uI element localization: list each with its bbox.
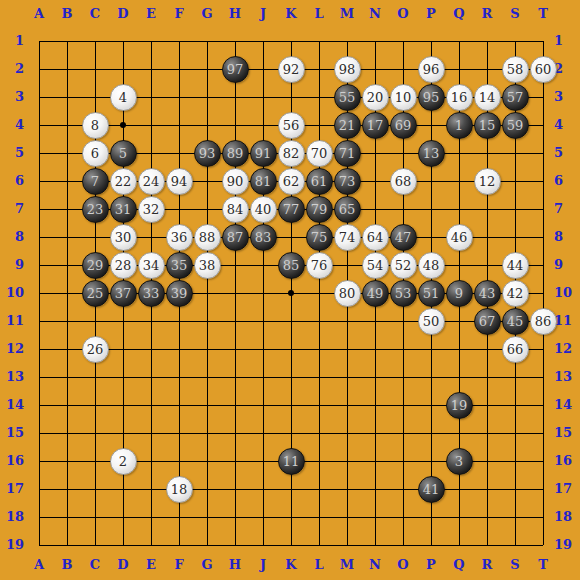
row-label-right-3: 3 bbox=[554, 88, 580, 106]
move-number: 51 bbox=[423, 286, 440, 301]
column-label-top-A: A bbox=[25, 5, 53, 23]
move-number: 25 bbox=[87, 286, 104, 301]
move-number: 8 bbox=[91, 118, 99, 133]
column-label-top-S: S bbox=[501, 5, 529, 23]
stone-white-10-O3: 10 bbox=[390, 84, 417, 111]
move-number: 65 bbox=[339, 202, 356, 217]
column-label-top-Q: Q bbox=[445, 5, 473, 23]
stone-white-32-E7: 32 bbox=[138, 196, 165, 223]
move-number: 32 bbox=[143, 202, 160, 217]
row-label-right-13: 13 bbox=[554, 368, 580, 386]
stone-white-68-O6: 68 bbox=[390, 168, 417, 195]
stone-black-1-Q4: 1 bbox=[446, 112, 473, 139]
stone-black-23-C7: 23 bbox=[82, 196, 109, 223]
stone-black-65-M7: 65 bbox=[334, 196, 361, 223]
stone-black-17-N4: 17 bbox=[362, 112, 389, 139]
stone-black-7-C6: 7 bbox=[82, 168, 109, 195]
move-number: 33 bbox=[143, 286, 160, 301]
row-label-right-6: 6 bbox=[554, 172, 580, 190]
move-number: 23 bbox=[87, 202, 104, 217]
stone-white-50-P11: 50 bbox=[418, 308, 445, 335]
move-number: 35 bbox=[171, 258, 188, 273]
stone-white-14-R3: 14 bbox=[474, 84, 501, 111]
column-label-top-B: B bbox=[53, 5, 81, 23]
stone-white-82-K5: 82 bbox=[278, 140, 305, 167]
stone-white-58-S2: 58 bbox=[502, 56, 529, 83]
stone-white-66-S12: 66 bbox=[502, 336, 529, 363]
move-number: 93 bbox=[199, 146, 216, 161]
move-number: 26 bbox=[87, 342, 104, 357]
move-number: 41 bbox=[423, 482, 440, 497]
stone-black-89-H5: 89 bbox=[222, 140, 249, 167]
stone-black-69-O4: 69 bbox=[390, 112, 417, 139]
stone-black-87-H8: 87 bbox=[222, 224, 249, 251]
stone-black-5-D5: 5 bbox=[110, 140, 137, 167]
stone-white-74-M8: 74 bbox=[334, 224, 361, 251]
column-label-bottom-L: L bbox=[305, 556, 333, 574]
stone-black-9-Q10: 9 bbox=[446, 280, 473, 307]
move-number: 53 bbox=[395, 286, 412, 301]
stone-black-51-P10: 51 bbox=[418, 280, 445, 307]
column-label-bottom-G: G bbox=[193, 556, 221, 574]
row-label-right-16: 16 bbox=[554, 452, 580, 470]
move-number: 29 bbox=[87, 258, 104, 273]
star-point bbox=[120, 122, 126, 128]
column-label-bottom-P: P bbox=[417, 556, 445, 574]
stone-white-62-K6: 62 bbox=[278, 168, 305, 195]
stone-white-16-Q3: 16 bbox=[446, 84, 473, 111]
move-number: 57 bbox=[507, 90, 524, 105]
move-number: 66 bbox=[507, 342, 524, 357]
move-number: 77 bbox=[283, 202, 300, 217]
stone-white-94-F6: 94 bbox=[166, 168, 193, 195]
row-label-left-3: 3 bbox=[2, 88, 24, 106]
move-number: 56 bbox=[283, 118, 300, 133]
stone-white-26-C12: 26 bbox=[82, 336, 109, 363]
row-label-left-17: 17 bbox=[2, 480, 24, 498]
move-number: 36 bbox=[171, 230, 188, 245]
row-label-right-7: 7 bbox=[554, 200, 580, 218]
stone-black-21-M4: 21 bbox=[334, 112, 361, 139]
move-number: 38 bbox=[199, 258, 216, 273]
stone-black-75-L8: 75 bbox=[306, 224, 333, 251]
stone-black-97-H2: 97 bbox=[222, 56, 249, 83]
move-number: 83 bbox=[255, 230, 272, 245]
move-number: 49 bbox=[367, 286, 384, 301]
stone-white-46-Q8: 46 bbox=[446, 224, 473, 251]
move-number: 39 bbox=[171, 286, 188, 301]
column-label-top-J: J bbox=[249, 5, 277, 23]
stone-white-64-N8: 64 bbox=[362, 224, 389, 251]
column-label-bottom-S: S bbox=[501, 556, 529, 574]
move-number: 6 bbox=[91, 146, 99, 161]
move-number: 42 bbox=[507, 286, 524, 301]
move-number: 37 bbox=[115, 286, 132, 301]
stone-white-60-T2: 60 bbox=[530, 56, 557, 83]
stone-white-56-K4: 56 bbox=[278, 112, 305, 139]
stone-black-39-F10: 39 bbox=[166, 280, 193, 307]
row-label-left-15: 15 bbox=[2, 424, 24, 442]
stone-black-93-G5: 93 bbox=[194, 140, 221, 167]
stone-white-12-R6: 12 bbox=[474, 168, 501, 195]
stone-black-67-R11: 67 bbox=[474, 308, 501, 335]
row-label-left-4: 4 bbox=[2, 116, 24, 134]
move-number: 54 bbox=[367, 258, 384, 273]
column-label-top-T: T bbox=[529, 5, 557, 23]
move-number: 59 bbox=[507, 118, 524, 133]
move-number: 70 bbox=[311, 146, 328, 161]
stone-black-33-E10: 33 bbox=[138, 280, 165, 307]
row-label-left-9: 9 bbox=[2, 256, 24, 274]
stone-black-29-C9: 29 bbox=[82, 252, 109, 279]
row-label-right-19: 19 bbox=[554, 536, 580, 554]
move-number: 16 bbox=[451, 90, 468, 105]
row-label-left-7: 7 bbox=[2, 200, 24, 218]
move-number: 14 bbox=[479, 90, 496, 105]
stone-black-53-O10: 53 bbox=[390, 280, 417, 307]
row-label-left-12: 12 bbox=[2, 340, 24, 358]
stone-white-76-L9: 76 bbox=[306, 252, 333, 279]
move-number: 45 bbox=[507, 314, 524, 329]
stone-white-8-C4: 8 bbox=[82, 112, 109, 139]
move-number: 89 bbox=[227, 146, 244, 161]
move-number: 90 bbox=[227, 174, 244, 189]
move-number: 95 bbox=[423, 90, 440, 105]
move-number: 44 bbox=[507, 258, 524, 273]
stone-black-13-P5: 13 bbox=[418, 140, 445, 167]
move-number: 19 bbox=[451, 398, 468, 413]
stone-black-79-L7: 79 bbox=[306, 196, 333, 223]
column-label-bottom-D: D bbox=[109, 556, 137, 574]
column-label-top-R: R bbox=[473, 5, 501, 23]
go-board-frame: ABCDEFGHJKLMNOPQRST ABCDEFGHJKLMNOPQRST … bbox=[0, 0, 580, 580]
column-label-bottom-Q: Q bbox=[445, 556, 473, 574]
move-number: 17 bbox=[367, 118, 384, 133]
column-label-bottom-E: E bbox=[137, 556, 165, 574]
move-number: 34 bbox=[143, 258, 160, 273]
column-label-bottom-J: J bbox=[249, 556, 277, 574]
move-number: 75 bbox=[311, 230, 328, 245]
stone-white-36-F8: 36 bbox=[166, 224, 193, 251]
column-label-bottom-T: T bbox=[529, 556, 557, 574]
stone-white-24-E6: 24 bbox=[138, 168, 165, 195]
stone-black-15-R4: 15 bbox=[474, 112, 501, 139]
move-number: 20 bbox=[367, 90, 384, 105]
column-label-bottom-M: M bbox=[333, 556, 361, 574]
stone-white-28-D9: 28 bbox=[110, 252, 137, 279]
column-label-bottom-H: H bbox=[221, 556, 249, 574]
move-number: 48 bbox=[423, 258, 440, 273]
row-label-left-8: 8 bbox=[2, 228, 24, 246]
stone-black-49-N10: 49 bbox=[362, 280, 389, 307]
stone-black-71-M5: 71 bbox=[334, 140, 361, 167]
stone-white-90-H6: 90 bbox=[222, 168, 249, 195]
row-label-left-10: 10 bbox=[2, 284, 24, 302]
move-number: 58 bbox=[507, 62, 524, 77]
move-number: 7 bbox=[91, 174, 99, 189]
move-number: 2 bbox=[119, 454, 127, 469]
move-number: 4 bbox=[119, 90, 127, 105]
move-number: 9 bbox=[455, 286, 463, 301]
row-label-right-15: 15 bbox=[554, 424, 580, 442]
move-number: 69 bbox=[395, 118, 412, 133]
stone-white-84-H7: 84 bbox=[222, 196, 249, 223]
move-number: 12 bbox=[479, 174, 496, 189]
stone-black-85-K9: 85 bbox=[278, 252, 305, 279]
move-number: 87 bbox=[227, 230, 244, 245]
column-label-bottom-N: N bbox=[361, 556, 389, 574]
move-number: 1 bbox=[455, 118, 463, 133]
move-number: 11 bbox=[283, 454, 300, 469]
row-label-right-14: 14 bbox=[554, 396, 580, 414]
column-label-bottom-C: C bbox=[81, 556, 109, 574]
move-number: 92 bbox=[283, 62, 300, 77]
stone-black-35-F9: 35 bbox=[166, 252, 193, 279]
column-label-top-K: K bbox=[277, 5, 305, 23]
stone-white-18-F17: 18 bbox=[166, 476, 193, 503]
move-number: 62 bbox=[283, 174, 300, 189]
stone-white-48-P9: 48 bbox=[418, 252, 445, 279]
move-number: 76 bbox=[311, 258, 328, 273]
stone-white-92-K2: 92 bbox=[278, 56, 305, 83]
stone-white-4-D3: 4 bbox=[110, 84, 137, 111]
move-number: 64 bbox=[367, 230, 384, 245]
stone-white-30-D8: 30 bbox=[110, 224, 137, 251]
move-number: 24 bbox=[143, 174, 160, 189]
column-label-top-M: M bbox=[333, 5, 361, 23]
move-number: 21 bbox=[339, 118, 356, 133]
row-label-left-5: 5 bbox=[2, 144, 24, 162]
stone-black-41-P17: 41 bbox=[418, 476, 445, 503]
stone-black-95-P3: 95 bbox=[418, 84, 445, 111]
stone-black-31-D7: 31 bbox=[110, 196, 137, 223]
stone-black-61-L6: 61 bbox=[306, 168, 333, 195]
stone-black-37-D10: 37 bbox=[110, 280, 137, 307]
row-label-right-10: 10 bbox=[554, 284, 580, 302]
stone-black-3-Q16: 3 bbox=[446, 448, 473, 475]
row-label-left-6: 6 bbox=[2, 172, 24, 190]
move-number: 31 bbox=[115, 202, 132, 217]
row-label-right-1: 1 bbox=[554, 32, 580, 50]
move-number: 98 bbox=[339, 62, 356, 77]
stone-white-98-M2: 98 bbox=[334, 56, 361, 83]
row-label-right-2: 2 bbox=[554, 60, 580, 78]
move-number: 84 bbox=[227, 202, 244, 217]
stone-black-73-M6: 73 bbox=[334, 168, 361, 195]
row-label-left-16: 16 bbox=[2, 452, 24, 470]
row-label-right-18: 18 bbox=[554, 508, 580, 526]
column-label-top-P: P bbox=[417, 5, 445, 23]
move-number: 10 bbox=[395, 90, 412, 105]
row-label-right-8: 8 bbox=[554, 228, 580, 246]
move-number: 55 bbox=[339, 90, 356, 105]
row-label-right-5: 5 bbox=[554, 144, 580, 162]
stone-black-45-S11: 45 bbox=[502, 308, 529, 335]
column-label-bottom-F: F bbox=[165, 556, 193, 574]
column-label-bottom-O: O bbox=[389, 556, 417, 574]
move-number: 79 bbox=[311, 202, 328, 217]
row-label-left-1: 1 bbox=[2, 32, 24, 50]
row-label-left-19: 19 bbox=[2, 536, 24, 554]
move-number: 81 bbox=[255, 174, 272, 189]
stone-black-91-J5: 91 bbox=[250, 140, 277, 167]
move-number: 40 bbox=[255, 202, 272, 217]
stone-white-38-G9: 38 bbox=[194, 252, 221, 279]
row-label-left-11: 11 bbox=[2, 312, 24, 330]
stone-white-80-M10: 80 bbox=[334, 280, 361, 307]
move-number: 91 bbox=[255, 146, 272, 161]
stone-black-11-K16: 11 bbox=[278, 448, 305, 475]
move-number: 71 bbox=[339, 146, 356, 161]
column-label-bottom-B: B bbox=[53, 556, 81, 574]
move-number: 50 bbox=[423, 314, 440, 329]
move-number: 18 bbox=[171, 482, 188, 497]
row-label-right-17: 17 bbox=[554, 480, 580, 498]
stone-black-55-M3: 55 bbox=[334, 84, 361, 111]
move-number: 82 bbox=[283, 146, 300, 161]
column-label-top-H: H bbox=[221, 5, 249, 23]
column-label-top-E: E bbox=[137, 5, 165, 23]
row-label-left-13: 13 bbox=[2, 368, 24, 386]
stone-white-52-O9: 52 bbox=[390, 252, 417, 279]
column-label-top-O: O bbox=[389, 5, 417, 23]
row-label-left-2: 2 bbox=[2, 60, 24, 78]
move-number: 3 bbox=[455, 454, 463, 469]
move-number: 43 bbox=[479, 286, 496, 301]
move-number: 85 bbox=[283, 258, 300, 273]
star-point bbox=[288, 290, 294, 296]
move-number: 96 bbox=[423, 62, 440, 77]
stone-white-88-G8: 88 bbox=[194, 224, 221, 251]
stone-white-70-L5: 70 bbox=[306, 140, 333, 167]
stone-white-20-N3: 20 bbox=[362, 84, 389, 111]
stone-white-42-S10: 42 bbox=[502, 280, 529, 307]
stone-white-34-E9: 34 bbox=[138, 252, 165, 279]
stone-black-81-J6: 81 bbox=[250, 168, 277, 195]
move-number: 46 bbox=[451, 230, 468, 245]
move-number: 28 bbox=[115, 258, 132, 273]
move-number: 86 bbox=[535, 314, 552, 329]
stone-white-6-C5: 6 bbox=[82, 140, 109, 167]
column-label-bottom-R: R bbox=[473, 556, 501, 574]
stone-white-96-P2: 96 bbox=[418, 56, 445, 83]
stone-white-86-T11: 86 bbox=[530, 308, 557, 335]
stone-black-83-J8: 83 bbox=[250, 224, 277, 251]
stone-black-47-O8: 47 bbox=[390, 224, 417, 251]
stone-white-44-S9: 44 bbox=[502, 252, 529, 279]
row-label-right-4: 4 bbox=[554, 116, 580, 134]
column-label-top-F: F bbox=[165, 5, 193, 23]
stone-black-43-R10: 43 bbox=[474, 280, 501, 307]
row-label-left-14: 14 bbox=[2, 396, 24, 414]
stone-black-19-Q14: 19 bbox=[446, 392, 473, 419]
row-label-left-18: 18 bbox=[2, 508, 24, 526]
row-label-right-12: 12 bbox=[554, 340, 580, 358]
move-number: 67 bbox=[479, 314, 496, 329]
stone-black-77-K7: 77 bbox=[278, 196, 305, 223]
column-label-top-D: D bbox=[109, 5, 137, 23]
move-number: 88 bbox=[199, 230, 216, 245]
move-number: 80 bbox=[339, 286, 356, 301]
move-number: 47 bbox=[395, 230, 412, 245]
column-label-bottom-K: K bbox=[277, 556, 305, 574]
row-label-right-11: 11 bbox=[554, 312, 580, 330]
column-label-bottom-A: A bbox=[25, 556, 53, 574]
move-number: 30 bbox=[115, 230, 132, 245]
column-label-top-C: C bbox=[81, 5, 109, 23]
move-number: 22 bbox=[115, 174, 132, 189]
stone-white-54-N9: 54 bbox=[362, 252, 389, 279]
move-number: 74 bbox=[339, 230, 356, 245]
stone-white-22-D6: 22 bbox=[110, 168, 137, 195]
move-number: 68 bbox=[395, 174, 412, 189]
move-number: 60 bbox=[535, 62, 552, 77]
move-number: 52 bbox=[395, 258, 412, 273]
move-number: 61 bbox=[311, 174, 328, 189]
column-label-top-L: L bbox=[305, 5, 333, 23]
stone-black-59-S4: 59 bbox=[502, 112, 529, 139]
column-label-top-N: N bbox=[361, 5, 389, 23]
move-number: 13 bbox=[423, 146, 440, 161]
column-label-top-G: G bbox=[193, 5, 221, 23]
row-label-right-9: 9 bbox=[554, 256, 580, 274]
move-number: 73 bbox=[339, 174, 356, 189]
move-number: 5 bbox=[119, 146, 127, 161]
stone-white-40-J7: 40 bbox=[250, 196, 277, 223]
move-number: 15 bbox=[479, 118, 496, 133]
move-number: 97 bbox=[227, 62, 244, 77]
move-number: 94 bbox=[171, 174, 188, 189]
stone-black-25-C10: 25 bbox=[82, 280, 109, 307]
stone-white-2-D16: 2 bbox=[110, 448, 137, 475]
stone-black-57-S3: 57 bbox=[502, 84, 529, 111]
